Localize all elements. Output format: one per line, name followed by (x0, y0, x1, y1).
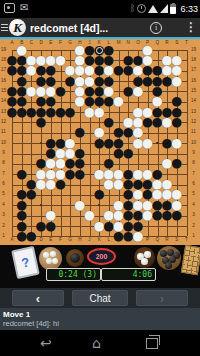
next-move-button[interactable]: › (136, 290, 188, 306)
board-point-F3[interactable] (56, 210, 66, 220)
board-point-E5[interactable] (46, 190, 56, 200)
board-point-H2[interactable] (75, 221, 85, 231)
board-point-S12[interactable]: ● (172, 117, 182, 127)
move-number-badge: 200 (87, 248, 116, 265)
board-point-K5[interactable]: ● (94, 190, 104, 200)
bluetooth-icon: ᛒ (130, 4, 135, 13)
board-point-B9[interactable] (17, 148, 27, 158)
app-logo-icon: K (9, 19, 26, 36)
board-point-T18[interactable] (182, 55, 192, 65)
board-point-T8[interactable] (182, 159, 192, 169)
board-point-G13[interactable]: ● (65, 107, 75, 117)
coordinate-label: 2 (0, 224, 7, 229)
overflow-menu-icon[interactable]: ⋮ (185, 20, 197, 34)
board-point-C5[interactable]: ● (27, 190, 37, 200)
board-point-S7[interactable] (172, 169, 182, 179)
board-point-T12[interactable] (182, 117, 192, 127)
board-point-T19[interactable] (182, 45, 192, 55)
board-point-O9[interactable] (133, 148, 143, 158)
phone-screen: ✉ ᛒ 6:33 K redcomet [4d]... i ⋮ ABCDEFGH… (0, 0, 200, 356)
board-point-C1[interactable]: ● (27, 231, 37, 241)
board-point-B11[interactable] (17, 128, 27, 138)
board-point-T14[interactable] (182, 97, 192, 107)
board-point-T10[interactable] (182, 138, 192, 148)
wood-board-tile-icon (181, 245, 200, 275)
board-point-A12[interactable] (7, 117, 17, 127)
app-bar: K redcomet [4d]... i ⋮ (0, 18, 200, 37)
recents-icon[interactable] (146, 338, 158, 349)
coordinate-label: 5 (0, 192, 7, 197)
captured-white-stones-bowl-icon (134, 247, 155, 268)
signal-icon (160, 4, 168, 13)
mystery-card: ? (11, 246, 40, 279)
board-point-H1[interactable] (75, 231, 85, 241)
coordinate-label: 12 (0, 120, 7, 125)
coordinate-label: 3 (0, 213, 7, 218)
board-point-T15[interactable] (182, 86, 192, 96)
home-icon[interactable]: ⌂ (92, 335, 101, 351)
board-point-S2[interactable] (172, 221, 182, 231)
board-point-P1[interactable] (143, 231, 153, 241)
board-point-Q2[interactable] (152, 221, 162, 231)
board-point-T9[interactable] (182, 148, 192, 158)
board-point-T7[interactable] (182, 169, 192, 179)
board-point-O15[interactable]: ● (133, 86, 143, 96)
coordinate-label: 8 (0, 161, 7, 166)
coordinate-label: 11 (0, 130, 7, 135)
board-point-H11[interactable]: ● (75, 128, 85, 138)
status-bar: ✉ ᛒ 6:33 (0, 0, 200, 18)
chat-message: redcomet [4d]: hi (3, 319, 59, 328)
game-title: redcomet [4d]... (30, 22, 108, 34)
board-point-F12[interactable] (56, 117, 66, 127)
board-point-T17[interactable] (182, 65, 192, 75)
coordinate-label: 4 (0, 203, 7, 208)
board-point-S1[interactable] (172, 231, 182, 241)
white-stone-bowl-icon (39, 247, 62, 270)
board-point-S10[interactable]: ● (172, 138, 182, 148)
board-point-D1[interactable] (36, 231, 46, 241)
board-point-P2[interactable] (143, 221, 153, 231)
menu-icon[interactable] (1, 22, 8, 33)
board-point-T1[interactable] (182, 231, 192, 241)
board-point-P9[interactable] (143, 148, 153, 158)
board-point-Q1[interactable] (152, 231, 162, 241)
coordinate-label: 9 (0, 151, 7, 156)
board-point-S3[interactable]: ● (172, 210, 182, 220)
board-point-B10[interactable] (17, 138, 27, 148)
board-point-P10[interactable]: ● (143, 138, 153, 148)
android-nav-bar: ↩ ⌂ (0, 330, 200, 356)
board-point-C10[interactable] (27, 138, 37, 148)
board-point-H6[interactable] (75, 179, 85, 189)
info-icon[interactable]: i (150, 22, 162, 34)
board-point-R2[interactable] (162, 221, 172, 231)
board-point-C4[interactable] (27, 200, 37, 210)
message-area: Move 1 redcomet [4d]: hi (0, 308, 200, 330)
wifi-icon (148, 5, 158, 13)
prev-move-button[interactable]: ‹ (12, 290, 64, 306)
email-notification-icon: ✉ (20, 3, 28, 13)
board-point-H7[interactable]: ● (75, 169, 85, 179)
black-stone-bowl-icon (157, 246, 181, 270)
board-point-F1[interactable] (56, 231, 66, 241)
board-point-A9[interactable] (7, 148, 17, 158)
chat-button[interactable]: Chat (72, 290, 128, 306)
go-board: ABCDEFGHJKLMNOPQRST ABCDEFGHJKLMNOPQRST … (0, 39, 200, 245)
board-point-J1[interactable] (85, 231, 95, 241)
board-point-T6[interactable] (182, 179, 192, 189)
move-label: Move 1 (3, 310, 30, 319)
board-point-F4[interactable] (56, 200, 66, 210)
board-point-E12[interactable] (46, 117, 56, 127)
board-point-G6[interactable] (65, 179, 75, 189)
status-time: 6:33 (180, 4, 198, 14)
board-point-A10[interactable] (7, 138, 17, 148)
board-point-D5[interactable] (36, 190, 46, 200)
white-stone-O1: ● (132, 230, 143, 243)
board-point-N9[interactable]: ● (123, 148, 133, 158)
chat-bar: ‹ Chat › (0, 288, 200, 308)
board-point-E1[interactable] (46, 231, 56, 241)
clock-right: 4:06 (101, 268, 156, 281)
board-point-F15[interactable]: ● (56, 86, 66, 96)
board-point-S16[interactable]: ● (172, 76, 182, 86)
board-point-D12[interactable]: ● (36, 117, 46, 127)
board-point-G3[interactable] (65, 210, 75, 220)
photo-notification-icon (4, 3, 15, 13)
board-point-R1[interactable] (162, 231, 172, 241)
board-point-C11[interactable] (27, 128, 37, 138)
board-point-T3[interactable] (182, 210, 192, 220)
board-point-G1[interactable] (65, 231, 75, 241)
board-point-T2[interactable] (182, 221, 192, 231)
coordinate-label: 6 (0, 182, 7, 187)
coordinate-label: 10 (0, 141, 7, 146)
board-point-E2[interactable]: ● (46, 221, 56, 231)
board-point-M14[interactable]: ● (114, 97, 124, 107)
board-point-T16[interactable] (182, 76, 192, 86)
board-point-A11[interactable] (7, 128, 17, 138)
board-point-J9[interactable] (85, 148, 95, 158)
clock-left: 0:24 (3) (46, 268, 101, 281)
board-point-S8[interactable]: ● (172, 159, 182, 169)
board-point-T5[interactable] (182, 190, 192, 200)
board-point-F2[interactable] (56, 221, 66, 231)
board-point-T11[interactable] (182, 128, 192, 138)
board-point-T13[interactable] (182, 107, 192, 117)
coordinate-label: 1 (0, 234, 7, 239)
capture-tray: ? 200 0:24 (3) 4:06 (0, 245, 200, 288)
coordinate-label: 7 (0, 172, 7, 177)
back-icon[interactable]: ↩ (40, 335, 52, 351)
alarm-icon (137, 4, 146, 13)
board-point-F5[interactable] (56, 190, 66, 200)
board-point-F6[interactable]: ● (56, 179, 66, 189)
black-stone-C1: ● (26, 230, 37, 243)
battery-icon (170, 4, 176, 14)
board-point-O1[interactable]: ● (133, 231, 143, 241)
board-point-K1[interactable] (94, 231, 104, 241)
board-point-T4[interactable] (182, 200, 192, 210)
black-bowl-lid-icon (66, 249, 84, 267)
board-point-B12[interactable] (17, 117, 27, 127)
board-point-G2[interactable] (65, 221, 75, 231)
